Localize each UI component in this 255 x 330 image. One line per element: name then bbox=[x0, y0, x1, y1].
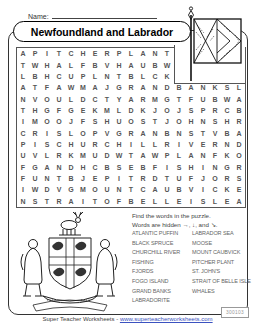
grid-cell[interactable]: F bbox=[53, 105, 65, 116]
word-list-item: CHURCHILL RIVER bbox=[132, 248, 192, 258]
grid-cell[interactable]: I bbox=[197, 184, 209, 195]
grid-cell[interactable]: V bbox=[209, 127, 221, 138]
instructions: Find the words in the puzzle. Words are … bbox=[132, 211, 245, 229]
grid-cell[interactable]: L bbox=[17, 71, 29, 82]
grid-cell[interactable]: R bbox=[101, 48, 113, 59]
grid-cell[interactable]: H bbox=[101, 116, 113, 127]
grid-cell[interactable]: F bbox=[77, 59, 89, 70]
grid-cell[interactable]: I bbox=[125, 139, 137, 150]
grid-cell[interactable]: P bbox=[77, 71, 89, 82]
grid-cell[interactable]: R bbox=[221, 173, 233, 184]
grid-cell[interactable]: L bbox=[149, 139, 161, 150]
grid-cell[interactable]: B bbox=[149, 59, 161, 70]
grid-cell[interactable]: A bbox=[41, 162, 53, 173]
grid-cell[interactable]: U bbox=[173, 173, 185, 184]
grid-cell[interactable]: I bbox=[41, 127, 53, 138]
grid-cell[interactable]: B bbox=[101, 162, 113, 173]
grid-cell[interactable]: N bbox=[221, 139, 233, 150]
grid-cell[interactable]: M bbox=[77, 184, 89, 195]
grid-cell[interactable]: I bbox=[197, 162, 209, 173]
grid-cell[interactable]: U bbox=[197, 93, 209, 104]
instruction-line-2: Words are hidden →, ↓, and ↘. bbox=[132, 220, 245, 229]
grid-cell[interactable]: I bbox=[77, 196, 89, 207]
grid-cell[interactable]: C bbox=[89, 93, 101, 104]
grid-cell[interactable]: D bbox=[161, 82, 173, 93]
grid-cell[interactable]: A bbox=[53, 59, 65, 70]
grid-cell[interactable]: R bbox=[209, 105, 221, 116]
grid-cell[interactable]: P bbox=[89, 127, 101, 138]
grid-cell[interactable]: L bbox=[65, 59, 77, 70]
grid-cell[interactable]: C bbox=[53, 71, 65, 82]
grid-cell[interactable]: O bbox=[125, 116, 137, 127]
grid-cell[interactable]: I bbox=[185, 196, 197, 207]
grid-cell[interactable]: N bbox=[197, 150, 209, 161]
grid-cell[interactable]: H bbox=[29, 105, 41, 116]
grid-cell[interactable]: N bbox=[149, 48, 161, 59]
grid-cell[interactable]: C bbox=[149, 71, 161, 82]
grid-cell[interactable]: N bbox=[41, 173, 53, 184]
grid-cell[interactable]: J bbox=[77, 173, 89, 184]
grid-cell[interactable]: R bbox=[209, 139, 221, 150]
grid-cell[interactable]: F bbox=[17, 173, 29, 184]
grid-cell[interactable]: T bbox=[149, 116, 161, 127]
grid-cell[interactable]: C bbox=[89, 162, 101, 173]
grid-cell[interactable]: H bbox=[41, 59, 53, 70]
grid-cell[interactable]: N bbox=[197, 116, 209, 127]
footer-url[interactable]: www.superteacherworksheets.com bbox=[120, 316, 213, 322]
grid-cell[interactable]: T bbox=[101, 93, 113, 104]
grid-cell[interactable]: C bbox=[17, 127, 29, 138]
grid-cell[interactable]: O bbox=[173, 116, 185, 127]
grid-cell[interactable]: J bbox=[161, 116, 173, 127]
grid-cell[interactable]: S bbox=[53, 127, 65, 138]
grid-cell[interactable]: B bbox=[209, 93, 221, 104]
grid-cell[interactable]: U bbox=[89, 150, 101, 161]
grid-cell[interactable]: M bbox=[77, 150, 89, 161]
grid-cell[interactable]: A bbox=[137, 150, 149, 161]
grid-cell[interactable]: C bbox=[65, 48, 77, 59]
grid-cell[interactable]: U bbox=[101, 184, 113, 195]
grid-cell[interactable]: L bbox=[41, 150, 53, 161]
grid-cell[interactable]: R bbox=[137, 173, 149, 184]
grid-cell[interactable]: B bbox=[173, 184, 185, 195]
grid-cell[interactable]: B bbox=[137, 162, 149, 173]
grid-cell[interactable]: S bbox=[197, 196, 209, 207]
grid-cell[interactable]: E bbox=[173, 196, 185, 207]
grid-cell[interactable]: F bbox=[185, 173, 197, 184]
word-list-item: ST. JOHN'S bbox=[192, 267, 248, 277]
grid-cell[interactable]: F bbox=[41, 82, 53, 93]
grid-cell[interactable]: R bbox=[53, 150, 65, 161]
grid-cell[interactable]: P bbox=[101, 173, 113, 184]
worksheet-page: Name: Newfoundland and Labrador APITCHER… bbox=[0, 0, 255, 330]
grid-cell[interactable]: I bbox=[17, 116, 29, 127]
grid-cell[interactable]: A bbox=[233, 196, 245, 207]
worksheet-code: 300103 bbox=[221, 307, 249, 318]
grid-cell[interactable]: S bbox=[89, 116, 101, 127]
grid-cell[interactable]: A bbox=[149, 184, 161, 195]
grid-cell[interactable]: U bbox=[113, 116, 125, 127]
grid-cell[interactable]: U bbox=[137, 59, 149, 70]
grid-cell[interactable]: F bbox=[149, 162, 161, 173]
grid-cell[interactable]: L bbox=[125, 48, 137, 59]
grid-cell[interactable]: T bbox=[125, 150, 137, 161]
grid-cell[interactable]: S bbox=[209, 116, 221, 127]
grid-cell[interactable]: A bbox=[89, 82, 101, 93]
coat-of-arms-illustration bbox=[13, 210, 125, 313]
grid-cell[interactable]: K bbox=[221, 184, 233, 195]
grid-cell[interactable]: N bbox=[17, 196, 29, 207]
grid-cell[interactable]: A bbox=[17, 48, 29, 59]
grid-cell[interactable]: F bbox=[209, 150, 221, 161]
word-list-item: LABRADOR SEA bbox=[192, 229, 248, 239]
grid-cell[interactable]: H bbox=[185, 116, 197, 127]
grid-cell[interactable]: W bbox=[149, 150, 161, 161]
word-list-item: BLACK SPRUCE bbox=[132, 239, 192, 249]
grid-cell[interactable]: T bbox=[41, 196, 53, 207]
grid-cell[interactable]: B bbox=[221, 127, 233, 138]
grid-cell[interactable]: P bbox=[29, 48, 41, 59]
grid-cell[interactable]: N bbox=[149, 82, 161, 93]
grid-cell[interactable]: P bbox=[197, 105, 209, 116]
grid-cell[interactable]: B bbox=[29, 71, 41, 82]
grid-cell[interactable]: B bbox=[161, 127, 173, 138]
grid-cell[interactable]: T bbox=[125, 173, 137, 184]
grid-cell[interactable]: L bbox=[113, 105, 125, 116]
grid-cell[interactable]: U bbox=[65, 71, 77, 82]
grid-cell[interactable]: E bbox=[221, 196, 233, 207]
grid-cell[interactable]: A bbox=[125, 59, 137, 70]
grid-cell[interactable]: N bbox=[17, 93, 29, 104]
footer-brand: Super Teacher Worksheets bbox=[42, 316, 114, 322]
grid-cell[interactable]: R bbox=[233, 116, 245, 127]
grid-cell[interactable]: I bbox=[29, 139, 41, 150]
grid-cell[interactable]: A bbox=[53, 82, 65, 93]
grid-cell[interactable]: O bbox=[53, 116, 65, 127]
grid-cell[interactable]: D bbox=[65, 162, 77, 173]
grid-cell[interactable]: R bbox=[161, 139, 173, 150]
grid-cell[interactable]: Y bbox=[113, 93, 125, 104]
grid-cell[interactable]: L bbox=[137, 139, 149, 150]
grid-cell[interactable]: G bbox=[221, 162, 233, 173]
grid-cell[interactable]: I bbox=[173, 139, 185, 150]
grid-cell[interactable]: U bbox=[77, 139, 89, 150]
grid-cell[interactable]: O bbox=[77, 127, 89, 138]
grid-cell[interactable]: T bbox=[17, 59, 29, 70]
word-list-item: GRAND BANKS bbox=[132, 287, 192, 297]
grid-cell[interactable]: I bbox=[113, 173, 125, 184]
word-list-item: WHALES bbox=[192, 287, 248, 297]
grid-cell[interactable]: T bbox=[53, 173, 65, 184]
grid-cell[interactable]: A bbox=[233, 127, 245, 138]
grid-cell[interactable]: F bbox=[185, 93, 197, 104]
grid-cell[interactable]: L bbox=[173, 150, 185, 161]
grid-cell[interactable]: R bbox=[29, 127, 41, 138]
grid-cell[interactable]: M bbox=[101, 105, 113, 116]
grid-cell[interactable]: V bbox=[185, 184, 197, 195]
grid-cell[interactable]: M bbox=[29, 116, 41, 127]
grid-cell[interactable]: O bbox=[161, 105, 173, 116]
grid-cell[interactable]: V bbox=[29, 93, 41, 104]
grid-cell[interactable]: B bbox=[125, 71, 137, 82]
grid-cell[interactable]: W bbox=[113, 150, 125, 161]
grid-cell[interactable]: T bbox=[29, 82, 41, 93]
grid-cell[interactable]: D bbox=[77, 93, 89, 104]
grid-cell[interactable]: D bbox=[101, 150, 113, 161]
grid-cell[interactable]: J bbox=[149, 105, 161, 116]
grid-cell[interactable]: H bbox=[41, 71, 53, 82]
grid-cell[interactable]: G bbox=[113, 82, 125, 93]
grid-cell[interactable]: T bbox=[197, 127, 209, 138]
instruction-line-1: Find the words in the puzzle. bbox=[132, 211, 245, 220]
grid-cell[interactable]: D bbox=[125, 105, 137, 116]
grid-cell[interactable]: S bbox=[137, 116, 149, 127]
grid-cell[interactable]: G bbox=[29, 162, 41, 173]
grid-cell[interactable]: S bbox=[173, 162, 185, 173]
grid-cell[interactable]: D bbox=[41, 184, 53, 195]
grid-cell[interactable]: W bbox=[29, 59, 41, 70]
grid-cell[interactable]: A bbox=[17, 82, 29, 93]
grid-cell[interactable]: J bbox=[197, 173, 209, 184]
grid-cell[interactable]: C bbox=[53, 139, 65, 150]
page-title: Newfoundland and Labrador bbox=[31, 26, 173, 38]
grid-cell[interactable]: V bbox=[53, 184, 65, 195]
grid-cell[interactable]: U bbox=[29, 173, 41, 184]
grid-cell[interactable]: U bbox=[161, 184, 173, 195]
grid-cell[interactable]: C bbox=[101, 139, 113, 150]
grid-cell[interactable]: G bbox=[65, 105, 77, 116]
grid-cell[interactable]: A bbox=[137, 127, 149, 138]
grid-cell[interactable]: A bbox=[233, 93, 245, 104]
grid-cell[interactable]: E bbox=[197, 139, 209, 150]
grid-cell[interactable]: E bbox=[233, 184, 245, 195]
grid-cell[interactable]: W bbox=[221, 93, 233, 104]
grid-cell[interactable]: I bbox=[17, 184, 29, 195]
grid-cell[interactable]: T bbox=[125, 184, 137, 195]
grid-cell[interactable]: N bbox=[101, 71, 113, 82]
grid-cell[interactable]: M bbox=[149, 93, 161, 104]
grid-cell[interactable]: O bbox=[101, 196, 113, 207]
grid-cell[interactable]: W bbox=[65, 82, 77, 93]
name-label: Name: bbox=[28, 13, 49, 20]
grid-cell[interactable]: T bbox=[17, 105, 29, 116]
word-list-item: ATLANTIC PUFFIN bbox=[132, 229, 192, 239]
grid-cell[interactable]: R bbox=[137, 93, 149, 104]
grid-cell[interactable]: E bbox=[125, 162, 137, 173]
grid-cell[interactable]: D bbox=[233, 139, 245, 150]
grid-cell[interactable]: L bbox=[161, 196, 173, 207]
grid-cell[interactable]: S bbox=[29, 196, 41, 207]
grid-cell[interactable]: R bbox=[125, 82, 137, 93]
grid-cell[interactable]: T bbox=[89, 196, 101, 207]
name-input-line[interactable] bbox=[52, 11, 157, 19]
grid-cell[interactable]: E bbox=[77, 105, 89, 116]
name-row: Name: bbox=[28, 5, 157, 15]
grid-cell[interactable]: S bbox=[233, 173, 245, 184]
grid-cell[interactable]: H bbox=[113, 139, 125, 150]
grid-cell[interactable]: N bbox=[209, 162, 221, 173]
grid-cell[interactable]: U bbox=[53, 93, 65, 104]
word-list-item: FISHING bbox=[132, 258, 192, 268]
grid-cell[interactable]: A bbox=[137, 82, 149, 93]
grid-cell[interactable]: C bbox=[221, 105, 233, 116]
grid-cell[interactable]: I bbox=[161, 162, 173, 173]
grid-cell[interactable]: V bbox=[101, 127, 113, 138]
grid-cell[interactable]: O bbox=[209, 173, 221, 184]
grid-cell[interactable]: H bbox=[65, 139, 77, 150]
grid-cell[interactable]: O bbox=[89, 184, 101, 195]
grid-cell[interactable]: F bbox=[113, 196, 125, 207]
grid-cell[interactable]: S bbox=[185, 105, 197, 116]
grid-cell[interactable]: K bbox=[137, 105, 149, 116]
grid-cell[interactable]: T bbox=[161, 48, 173, 59]
word-list-item: LABRADORITE bbox=[132, 296, 192, 306]
grid-cell[interactable]: V bbox=[185, 139, 197, 150]
grid-cell[interactable]: P bbox=[161, 150, 173, 161]
grid-cell[interactable]: K bbox=[65, 150, 77, 161]
grid-cell[interactable]: K bbox=[221, 150, 233, 161]
grid-cell[interactable]: G bbox=[113, 127, 125, 138]
grid-cell[interactable]: S bbox=[185, 127, 197, 138]
grid-cell[interactable]: A bbox=[65, 196, 77, 207]
grid-cell[interactable]: I bbox=[41, 48, 53, 59]
grid-cell[interactable]: T bbox=[173, 93, 185, 104]
grid-cell[interactable]: K bbox=[89, 105, 101, 116]
grid-cell[interactable]: F bbox=[17, 162, 29, 173]
grid-cell[interactable]: A bbox=[125, 93, 137, 104]
grid-cell[interactable]: S bbox=[113, 162, 125, 173]
grid-cell[interactable]: H bbox=[185, 162, 197, 173]
grid-cell[interactable]: N bbox=[113, 184, 125, 195]
grid-cell[interactable]: H bbox=[113, 59, 125, 70]
grid-cell[interactable]: C bbox=[137, 184, 149, 195]
grid-cell[interactable]: F bbox=[77, 116, 89, 127]
grid-cell[interactable]: H bbox=[221, 116, 233, 127]
word-list-column-2: LABRADOR SEAMOOSEMOUNT CAUBVICKPITCHER P… bbox=[192, 229, 248, 296]
word-list-item: PITCHER PLANT bbox=[192, 258, 248, 268]
grid-cell[interactable]: M bbox=[77, 82, 89, 93]
word-list-column-1: ATLANTIC PUFFINBLACK SPRUCECHURCHILL RIV… bbox=[132, 229, 192, 306]
newfoundland-labrador-flag-icon bbox=[183, 5, 245, 85]
grid-cell[interactable]: J bbox=[101, 82, 113, 93]
grid-cell[interactable]: J bbox=[65, 116, 77, 127]
grid-cell[interactable]: B bbox=[125, 196, 137, 207]
grid-cell[interactable]: R bbox=[89, 139, 101, 150]
grid-cell[interactable]: C bbox=[209, 184, 221, 195]
grid-cell[interactable]: R bbox=[53, 196, 65, 207]
grid-cell[interactable]: G bbox=[41, 105, 53, 116]
grid-cell[interactable]: B bbox=[65, 173, 77, 184]
grid-cell[interactable]: H bbox=[77, 162, 89, 173]
grid-cell[interactable]: P bbox=[17, 139, 29, 150]
grid-cell[interactable]: K bbox=[161, 71, 173, 82]
grid-cell[interactable]: O bbox=[41, 93, 53, 104]
grid-cell[interactable]: V bbox=[29, 150, 41, 161]
word-list-item: FJORDS bbox=[132, 267, 192, 277]
grid-cell[interactable]: W bbox=[29, 184, 41, 195]
grid-cell[interactable]: R bbox=[125, 127, 137, 138]
grid-cell[interactable]: E bbox=[137, 196, 149, 207]
grid-cell[interactable]: T bbox=[161, 173, 173, 184]
grid-cell[interactable]: E bbox=[89, 173, 101, 184]
grid-cell[interactable]: L bbox=[65, 127, 77, 138]
grid-cell[interactable]: V bbox=[101, 59, 113, 70]
word-list-item: STRAIT OF BELLE ISLE bbox=[192, 277, 248, 287]
grid-cell[interactable]: N bbox=[149, 127, 161, 138]
grid-cell[interactable]: T bbox=[113, 71, 125, 82]
grid-cell[interactable]: N bbox=[173, 127, 185, 138]
grid-cell[interactable]: B bbox=[89, 59, 101, 70]
grid-cell[interactable]: L bbox=[137, 71, 149, 82]
grid-cell[interactable]: A bbox=[137, 48, 149, 59]
grid-cell[interactable]: T bbox=[53, 48, 65, 59]
grid-cell[interactable]: N bbox=[53, 162, 65, 173]
grid-cell[interactable]: A bbox=[185, 150, 197, 161]
grid-cell[interactable]: G bbox=[65, 184, 77, 195]
grid-cell[interactable]: O bbox=[41, 116, 53, 127]
grid-cell[interactable]: D bbox=[149, 173, 161, 184]
grid-cell[interactable]: L bbox=[89, 71, 101, 82]
word-list-item: MOUNT CAUBVICK bbox=[192, 248, 248, 258]
grid-cell[interactable]: U bbox=[17, 150, 29, 161]
grid-cell[interactable]: S bbox=[41, 139, 53, 150]
grid-cell[interactable]: B bbox=[233, 105, 245, 116]
grid-cell[interactable]: L bbox=[65, 93, 77, 104]
grid-cell[interactable]: O bbox=[233, 150, 245, 161]
grid-cell[interactable]: L bbox=[209, 196, 221, 207]
grid-cell[interactable]: W bbox=[161, 59, 173, 70]
grid-cell[interactable]: E bbox=[89, 48, 101, 59]
grid-cell[interactable]: L bbox=[149, 196, 161, 207]
grid-cell[interactable]: J bbox=[173, 105, 185, 116]
word-list-item: MOOSE bbox=[192, 239, 248, 249]
footer: Super Teacher Worksheets - www.superteac… bbox=[0, 316, 255, 322]
grid-cell[interactable]: G bbox=[161, 93, 173, 104]
grid-cell[interactable]: P bbox=[113, 48, 125, 59]
word-list-item: FOGO ISLAND bbox=[132, 277, 192, 287]
grid-cell[interactable]: R bbox=[233, 162, 245, 173]
title-banner: Newfoundland and Labrador bbox=[13, 21, 191, 42]
grid-cell[interactable]: H bbox=[77, 48, 89, 59]
